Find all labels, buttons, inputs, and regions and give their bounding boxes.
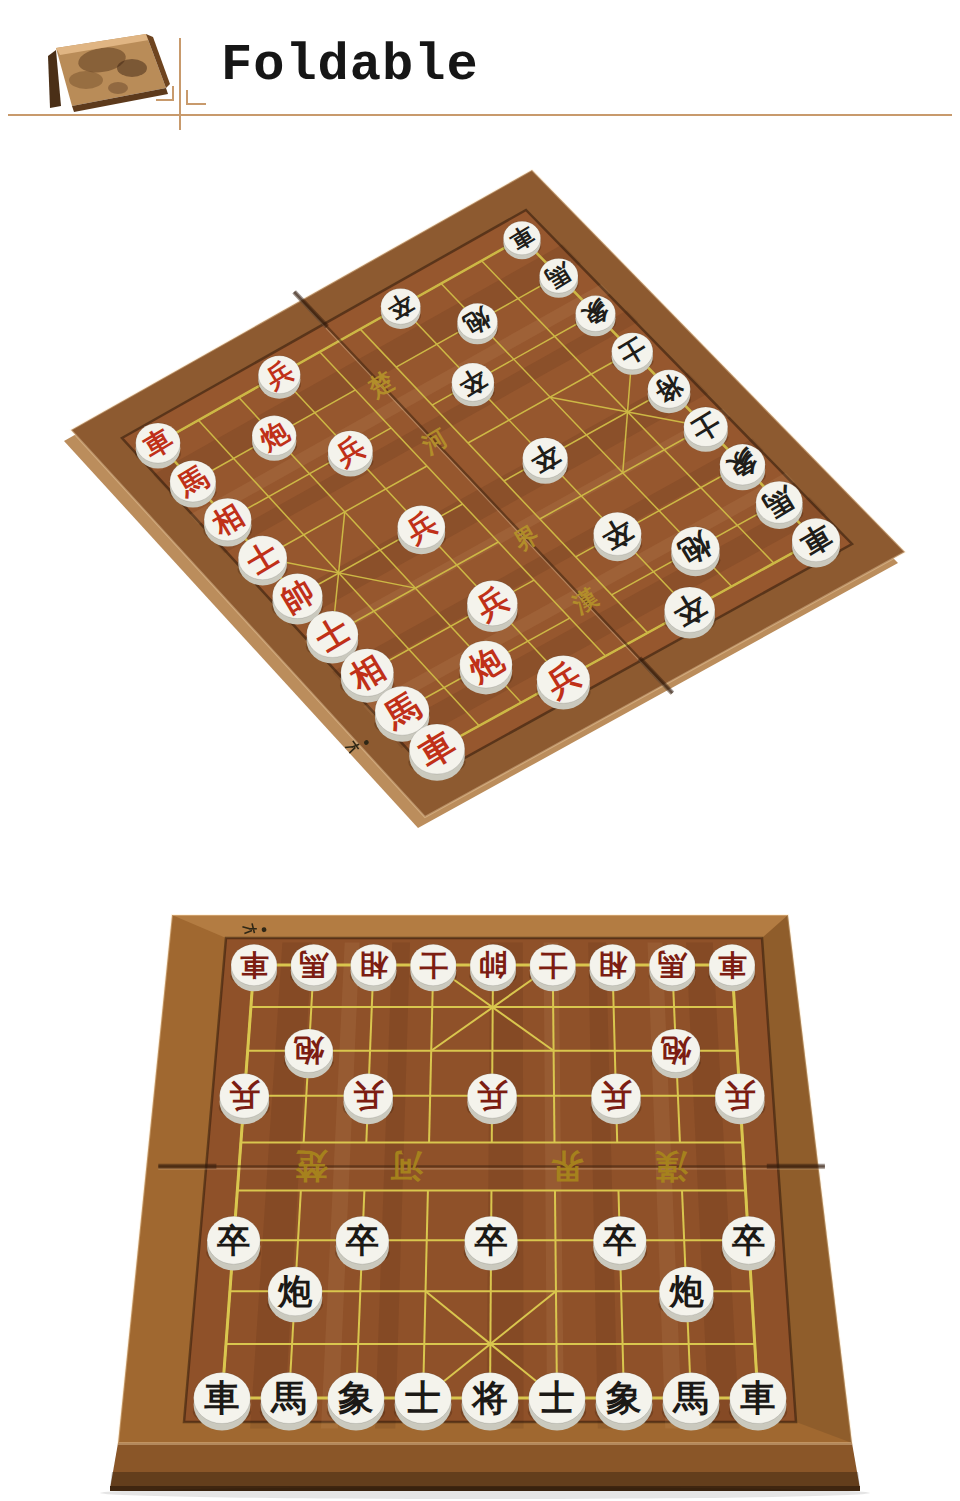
piece-相-f2r9: 相	[203, 498, 252, 547]
piece-兵-f6r6: 兵	[466, 580, 518, 632]
piece-character: 炮	[660, 1033, 692, 1068]
piece-character: 象	[337, 1377, 374, 1418]
piece-兵-f0r6: 兵	[258, 355, 301, 398]
divider-horizontal	[8, 114, 952, 116]
piece-士-f3r9: 士	[394, 1372, 453, 1430]
piece-character: 士	[419, 948, 449, 982]
piece-車-f0r9: 車	[193, 1372, 252, 1430]
floor-shadow	[100, 1487, 870, 1499]
piece-炮-f7r7: 炮	[459, 639, 513, 694]
river-character: 漢	[655, 1147, 689, 1186]
piece-兵-f8r3: 兵	[714, 1074, 765, 1125]
piece-車-f8r0: 車	[708, 944, 755, 991]
piece-兵-f4r3: 兵	[467, 1074, 518, 1125]
piece-士-f5r0: 士	[683, 406, 728, 452]
corner-brackets	[148, 80, 218, 110]
piece-車-f0r0: 車	[503, 220, 541, 259]
piece-兵-f0r3: 兵	[219, 1074, 270, 1125]
piece-character: 馬	[299, 948, 329, 982]
piece-馬-f7r0: 馬	[649, 944, 696, 991]
piece-character: 卒	[473, 1221, 507, 1260]
piece-卒-f2r3: 卒	[451, 362, 495, 406]
piece-車-f8r0: 車	[791, 517, 841, 567]
piece-馬-f1r0: 馬	[290, 944, 337, 991]
piece-character: 兵	[477, 1078, 509, 1114]
piece-character: 炮	[277, 1271, 313, 1311]
piece-士-f3r0: 士	[611, 332, 654, 375]
piece-character: 相	[359, 948, 389, 982]
piece-character: 兵	[353, 1078, 385, 1114]
thumb-blotch	[108, 82, 128, 94]
piece-character: 相	[598, 948, 628, 982]
thumb-blotch	[117, 59, 147, 77]
piece-卒-f0r6: 卒	[206, 1216, 261, 1270]
piece-兵-f4r6: 兵	[397, 504, 446, 554]
piece-character: 車	[203, 1377, 240, 1418]
river-character: 河	[390, 1147, 424, 1186]
piece-character: 馬	[269, 1377, 307, 1418]
piece-馬-f7r9: 馬	[662, 1372, 721, 1430]
piece-卒-f4r3: 卒	[522, 436, 569, 483]
piece-炮-f7r2: 炮	[671, 525, 721, 576]
piece-character: 兵	[724, 1078, 756, 1114]
piece-character: 車	[239, 948, 269, 982]
piece-character: 炮	[293, 1033, 325, 1068]
board-photo-front: 楚河界漢車馬相士帥士相馬車炮炮兵兵兵兵兵卒卒卒卒卒炮炮車馬象士将士象馬車	[50, 900, 912, 1501]
piece-character: 卒	[731, 1221, 765, 1260]
thumb-blotch	[69, 71, 103, 89]
piece-character: 車	[717, 948, 747, 982]
piece-character: 卒	[345, 1221, 379, 1260]
piece-馬-f1r9: 馬	[260, 1372, 319, 1430]
piece-character: 馬	[658, 948, 688, 982]
piece-character: 兵	[229, 1078, 261, 1114]
piece-帥-f4r0: 帥	[469, 944, 516, 991]
piece-馬-f1r9: 馬	[169, 459, 216, 507]
piece-character: 炮	[668, 1271, 704, 1311]
piece-相-f6r0: 相	[589, 944, 636, 991]
piece-炮-f7r7: 炮	[658, 1267, 714, 1322]
bracket-left-icon	[156, 86, 173, 100]
piece-character: 車	[739, 1377, 776, 1418]
piece-兵-f6r3: 兵	[590, 1074, 641, 1125]
piece-character: 帥	[479, 948, 508, 982]
page-title: Foldable	[221, 36, 479, 95]
piece-士-f3r9: 士	[238, 535, 288, 585]
piece-士-f5r0: 士	[529, 944, 576, 991]
piece-卒-f8r3: 卒	[664, 586, 716, 639]
piece-character: 兵	[600, 1078, 632, 1114]
piece-兵-f8r6: 兵	[536, 654, 591, 709]
piece-相-f2r0: 相	[350, 944, 397, 991]
frame-top-highlight	[172, 915, 788, 938]
piece-象-f2r9: 象	[327, 1372, 386, 1430]
piece-炮-f1r2: 炮	[284, 1029, 334, 1078]
piece-車-f0r0: 車	[230, 944, 277, 991]
piece-character: 士	[404, 1377, 441, 1418]
piece-車-f8r9: 車	[408, 723, 465, 781]
piece-character: 将	[470, 1377, 508, 1418]
river-character: 界	[551, 1147, 585, 1186]
piece-卒-f8r6: 卒	[721, 1216, 776, 1270]
piece-象-f6r9: 象	[595, 1372, 654, 1430]
piece-兵-f2r6: 兵	[327, 430, 373, 477]
piece-卒-f2r6: 卒	[335, 1216, 390, 1270]
piece-character: 馬	[671, 1377, 709, 1418]
river-character: 楚	[294, 1147, 329, 1186]
piece-character: 卒	[216, 1221, 250, 1260]
piece-炮-f1r7: 炮	[267, 1267, 323, 1322]
piece-将-f4r9: 将	[461, 1372, 520, 1430]
piece-character: 卒	[602, 1221, 636, 1260]
piece-character: 象	[605, 1377, 642, 1418]
piece-士-f3r0: 士	[410, 944, 457, 991]
piece-車-f8r9: 車	[729, 1372, 788, 1430]
board-photo-angled: 楚河界漢車馬卒象炮士兵卒将士炮車兵卒象馬馬相兵卒車炮士帥兵卒士炮相兵馬車	[40, 148, 930, 840]
piece-車-f0r9: 車	[135, 422, 181, 469]
piece-炮-f7r2: 炮	[651, 1029, 701, 1078]
piece-炮-f1r7: 炮	[251, 414, 297, 461]
piece-character: 士	[538, 948, 568, 982]
piece-character: 士	[538, 1377, 575, 1418]
piece-卒-f4r6: 卒	[464, 1216, 519, 1270]
product-page: Foldable 楚河界漢車馬卒象炮士兵卒将士炮車兵卒象馬馬相兵卒車炮士帥兵卒士…	[0, 0, 960, 1501]
piece-兵-f2r3: 兵	[343, 1074, 394, 1125]
piece-士-f5r9: 士	[528, 1372, 587, 1430]
piece-卒-f6r6: 卒	[592, 1216, 647, 1270]
bracket-right-icon	[187, 90, 206, 104]
